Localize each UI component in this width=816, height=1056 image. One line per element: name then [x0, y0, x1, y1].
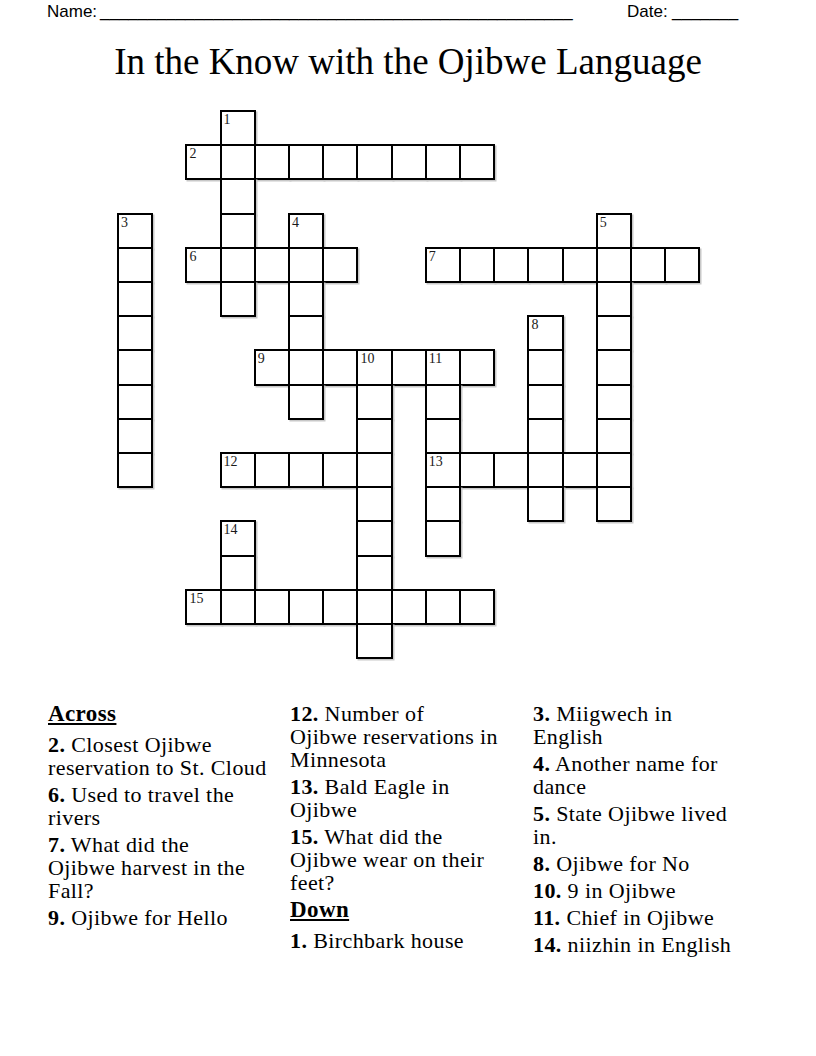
grid-cell[interactable] [356, 589, 392, 625]
grid-cell-number: 12 [224, 454, 238, 469]
clue-number: 12. [290, 701, 319, 726]
clue-number: 11. [533, 905, 561, 930]
clue-item: 4. Another name fordance [533, 752, 779, 798]
grid-cell[interactable] [425, 589, 461, 625]
grid-cell[interactable] [322, 247, 358, 283]
grid-cell[interactable]: 7 [425, 247, 461, 283]
grid-cell[interactable] [220, 213, 256, 249]
grid-cell-number: 8 [531, 317, 538, 332]
clue-item: 8. Ojibwe for No [533, 852, 779, 875]
grid-cell[interactable] [596, 452, 632, 488]
clue-item: 2. Closest Ojibwereservation to St. Clou… [48, 733, 294, 779]
clue-number: 2. [48, 732, 65, 757]
grid-cell[interactable]: 13 [425, 452, 461, 488]
clue-item: 15. What did theOjibwe wear on theirfeet… [290, 825, 536, 894]
grid-cell[interactable] [117, 349, 153, 385]
clues-column-1: Across2. Closest Ojibwereservation to St… [48, 702, 294, 933]
clue-number: 9. [48, 905, 65, 930]
grid-cell[interactable] [220, 555, 256, 591]
clue-item: 11. Chief in Ojibwe [533, 906, 779, 929]
grid-cell[interactable] [425, 520, 461, 556]
clue-item: 7. What did theOjibwe harvest in theFall… [48, 833, 294, 902]
clue-number: 5. [533, 801, 550, 826]
clue-item: 5. State Ojibwe livedin. [533, 802, 779, 848]
grid-cell[interactable] [596, 384, 632, 420]
grid-cell[interactable] [322, 144, 358, 180]
clue-number: 14. [533, 932, 562, 957]
date-blank-line[interactable]: _______ [672, 2, 738, 22]
grid-cell-number: 7 [429, 249, 436, 264]
grid-cell[interactable] [562, 452, 598, 488]
puzzle-title: In the Know with the Ojibwe Language [0, 40, 816, 84]
grid-cell-number: 2 [189, 146, 196, 161]
clue-number: 6. [48, 782, 65, 807]
grid-cell[interactable] [356, 555, 392, 591]
grid-cell[interactable] [527, 349, 563, 385]
grid-cell-number: 14 [224, 522, 238, 537]
clue-item: 14. niizhin in English [533, 933, 779, 956]
crossword-grid: 123456789101112131415 [117, 110, 701, 660]
grid-cell[interactable] [596, 315, 632, 351]
grid-cell[interactable] [459, 144, 495, 180]
grid-cell[interactable] [356, 418, 392, 454]
clue-item: 6. Used to travel therivers [48, 783, 294, 829]
grid-cell[interactable] [459, 589, 495, 625]
grid-cell[interactable] [527, 486, 563, 522]
grid-cell[interactable] [356, 486, 392, 522]
clue-number: 4. [533, 751, 550, 776]
clue-item: 10. 9 in Ojibwe [533, 879, 779, 902]
grid-cell[interactable]: 8 [527, 315, 563, 351]
across-heading: Across [48, 702, 294, 725]
grid-cell-number: 10 [360, 351, 374, 366]
grid-cell[interactable]: 14 [220, 520, 256, 556]
grid-cell[interactable] [254, 589, 290, 625]
grid-cell-number: 4 [292, 215, 299, 230]
grid-cell[interactable] [220, 178, 256, 214]
clues-column-3: 3. Miigwech inEnglish4. Another name for… [533, 702, 779, 960]
date-label: Date: [627, 2, 668, 22]
grid-cell[interactable]: 6 [185, 247, 221, 283]
grid-cell-number: 3 [121, 215, 128, 230]
grid-cell[interactable]: 12 [220, 452, 256, 488]
grid-cell[interactable]: 2 [185, 144, 221, 180]
grid-cell[interactable] [220, 144, 256, 180]
grid-cell[interactable] [391, 349, 427, 385]
grid-cell[interactable] [322, 452, 358, 488]
grid-cell[interactable]: 9 [254, 349, 290, 385]
grid-cell-number: 13 [429, 454, 443, 469]
grid-cell[interactable] [596, 349, 632, 385]
grid-cell[interactable] [117, 247, 153, 283]
clue-item: 12. Number ofOjibwe reservations inMinne… [290, 702, 536, 771]
grid-cell[interactable] [356, 623, 392, 659]
grid-cell[interactable] [425, 144, 461, 180]
grid-cell[interactable] [117, 281, 153, 317]
grid-cell[interactable] [117, 452, 153, 488]
clue-number: 7. [48, 832, 65, 857]
grid-cell[interactable] [220, 589, 256, 625]
grid-cell[interactable] [288, 589, 324, 625]
grid-cell[interactable] [356, 452, 392, 488]
grid-cell[interactable] [117, 384, 153, 420]
clue-number: 13. [290, 774, 319, 799]
grid-cell[interactable]: 3 [117, 213, 153, 249]
grid-cell-number: 1 [224, 112, 231, 127]
clue-number: 10. [533, 878, 562, 903]
grid-cell[interactable] [322, 349, 358, 385]
grid-cell[interactable] [322, 589, 358, 625]
grid-cell-number: 5 [600, 215, 607, 230]
clue-number: 15. [290, 824, 319, 849]
grid-cell[interactable] [356, 144, 392, 180]
name-blank-line[interactable]: ________________________________________… [100, 2, 573, 22]
grid-cell[interactable] [425, 384, 461, 420]
grid-cell[interactable]: 15 [185, 589, 221, 625]
grid-cell[interactable] [596, 418, 632, 454]
clue-item: 9. Ojibwe for Hello [48, 906, 294, 929]
clue-item: 13. Bald Eagle inOjibwe [290, 775, 536, 821]
grid-cell[interactable] [254, 247, 290, 283]
grid-cell[interactable] [254, 144, 290, 180]
grid-cell[interactable] [596, 281, 632, 317]
grid-cell[interactable] [288, 144, 324, 180]
grid-cell[interactable] [527, 418, 563, 454]
grid-cell[interactable] [493, 452, 529, 488]
grid-cell[interactable] [664, 247, 700, 283]
grid-cell[interactable] [630, 247, 666, 283]
grid-cell[interactable] [527, 247, 563, 283]
grid-cell[interactable] [288, 349, 324, 385]
grid-cell[interactable] [562, 247, 598, 283]
grid-cell[interactable] [596, 486, 632, 522]
grid-cell[interactable] [288, 452, 324, 488]
clue-number: 1. [290, 928, 307, 953]
clue-number: 8. [533, 851, 550, 876]
grid-cell[interactable] [493, 247, 529, 283]
grid-cell[interactable] [117, 418, 153, 454]
grid-cell[interactable] [425, 486, 461, 522]
clues-column-2: 12. Number ofOjibwe reservations inMinne… [290, 702, 536, 956]
grid-cell[interactable] [459, 452, 495, 488]
grid-cell[interactable]: 1 [220, 110, 256, 146]
grid-cell-number: 9 [258, 351, 265, 366]
name-label: Name: [47, 2, 97, 22]
grid-cell[interactable] [527, 384, 563, 420]
grid-cell-number: 15 [189, 591, 203, 606]
down-heading: Down [290, 898, 536, 921]
clue-number: 3. [533, 701, 550, 726]
clue-item: 3. Miigwech inEnglish [533, 702, 779, 748]
grid-cell[interactable] [288, 384, 324, 420]
grid-cell-number: 11 [429, 351, 442, 366]
grid-cell[interactable] [220, 247, 256, 283]
grid-cell[interactable] [527, 452, 563, 488]
grid-cell[interactable] [391, 144, 427, 180]
grid-cell[interactable]: 4 [288, 213, 324, 249]
grid-cell[interactable] [425, 418, 461, 454]
grid-cell-number: 6 [189, 249, 196, 264]
clue-item: 1. Birchbark house [290, 929, 536, 952]
grid-cell[interactable]: 10 [356, 349, 392, 385]
grid-cell[interactable] [596, 247, 632, 283]
grid-cell[interactable] [288, 315, 324, 351]
grid-cell[interactable]: 5 [596, 213, 632, 249]
grid-cell[interactable] [459, 349, 495, 385]
grid-cell[interactable] [356, 384, 392, 420]
grid-cell[interactable] [254, 452, 290, 488]
grid-cell[interactable]: 11 [425, 349, 461, 385]
grid-cell[interactable] [459, 247, 495, 283]
grid-cell[interactable] [288, 247, 324, 283]
grid-cell[interactable] [288, 281, 324, 317]
grid-cell[interactable] [220, 281, 256, 317]
grid-cell[interactable] [356, 520, 392, 556]
grid-cell[interactable] [391, 589, 427, 625]
grid-cell[interactable] [117, 315, 153, 351]
